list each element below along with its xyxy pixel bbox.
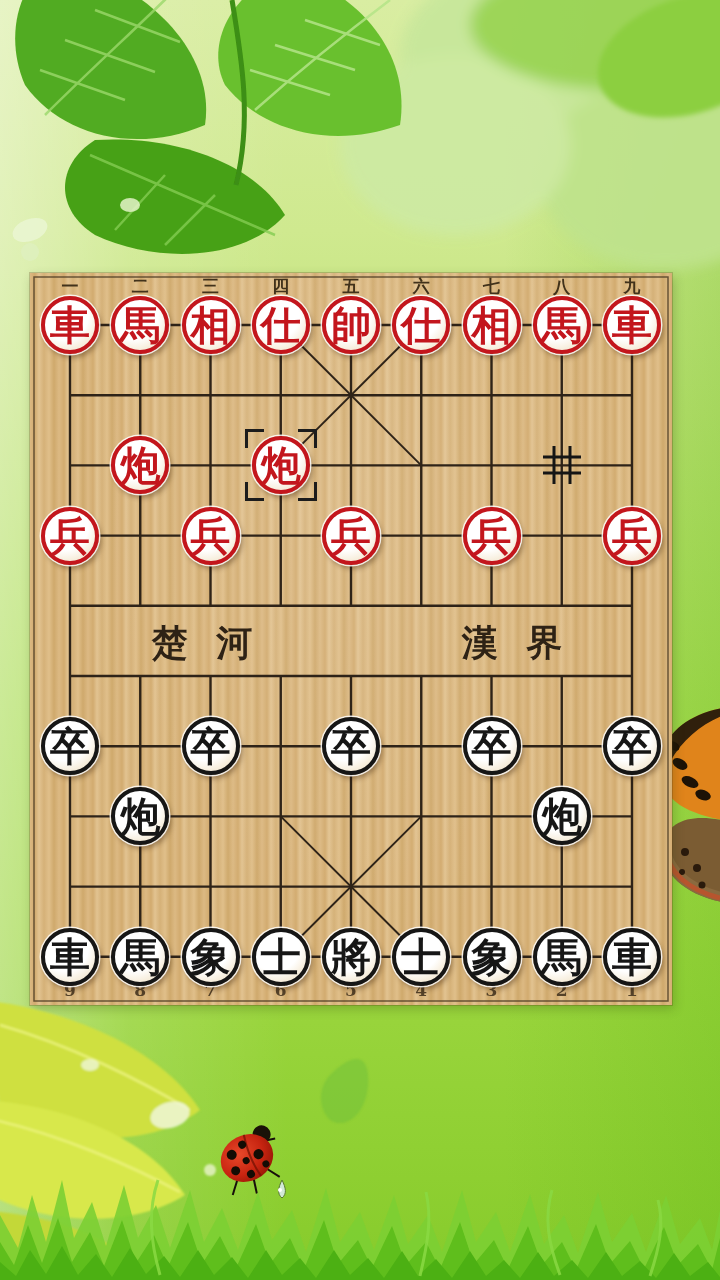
bottom-decoration [0, 980, 720, 1280]
piece-red-advisor[interactable]: 仕 [252, 296, 310, 354]
file-label-top-5: 五 [316, 275, 386, 297]
scene: 一二三四五六七八九 987654321 楚 河 漢 界 車馬相仕帥仕相馬車炮炮兵… [0, 0, 720, 1280]
piece-red-horse[interactable]: 馬 [533, 296, 591, 354]
piece-red-elephant[interactable]: 相 [182, 296, 240, 354]
last-move-origin-marker [540, 443, 584, 487]
river-text-right: 漢 界 [412, 611, 612, 671]
xiangqi-board[interactable]: 一二三四五六七八九 987654321 楚 河 漢 界 車馬相仕帥仕相馬車炮炮兵… [30, 273, 672, 1005]
top-leaves-decoration [0, 0, 720, 280]
piece-red-soldier[interactable]: 兵 [182, 507, 240, 565]
file-label-top-6: 六 [386, 275, 456, 297]
file-label-top-7: 七 [457, 275, 527, 297]
file-label-top-9: 九 [597, 275, 667, 297]
river-text-left: 楚 河 [102, 611, 302, 671]
piece-red-chariot[interactable]: 車 [41, 296, 99, 354]
piece-black-elephant[interactable]: 象 [463, 928, 521, 986]
file-label-top-3: 三 [176, 275, 246, 297]
grass-decoration [0, 980, 720, 1280]
piece-black-chariot[interactable]: 車 [603, 928, 661, 986]
piece-red-soldier[interactable]: 兵 [41, 507, 99, 565]
piece-black-soldier[interactable]: 卒 [322, 717, 380, 775]
piece-black-elephant[interactable]: 象 [182, 928, 240, 986]
file-label-top-8: 八 [527, 275, 597, 297]
file-label-top-2: 二 [105, 275, 175, 297]
piece-red-chariot[interactable]: 車 [603, 296, 661, 354]
piece-red-general[interactable]: 帥 [322, 296, 380, 354]
piece-black-soldier[interactable]: 卒 [463, 717, 521, 775]
piece-black-cannon[interactable]: 炮 [533, 787, 591, 845]
piece-black-general[interactable]: 將 [322, 928, 380, 986]
piece-black-soldier[interactable]: 卒 [41, 717, 99, 775]
piece-red-soldier[interactable]: 兵 [603, 507, 661, 565]
piece-red-soldier[interactable]: 兵 [463, 507, 521, 565]
file-label-top-1: 一 [35, 275, 105, 297]
piece-black-chariot[interactable]: 車 [41, 928, 99, 986]
piece-black-soldier[interactable]: 卒 [603, 717, 661, 775]
piece-black-advisor[interactable]: 士 [392, 928, 450, 986]
piece-black-horse[interactable]: 馬 [111, 928, 169, 986]
last-move-destination-marker [245, 429, 317, 501]
piece-black-advisor[interactable]: 士 [252, 928, 310, 986]
piece-red-soldier[interactable]: 兵 [322, 507, 380, 565]
piece-black-soldier[interactable]: 卒 [182, 717, 240, 775]
piece-black-horse[interactable]: 馬 [533, 928, 591, 986]
piece-red-elephant[interactable]: 相 [463, 296, 521, 354]
piece-red-advisor[interactable]: 仕 [392, 296, 450, 354]
piece-red-horse[interactable]: 馬 [111, 296, 169, 354]
file-label-top-4: 四 [246, 275, 316, 297]
